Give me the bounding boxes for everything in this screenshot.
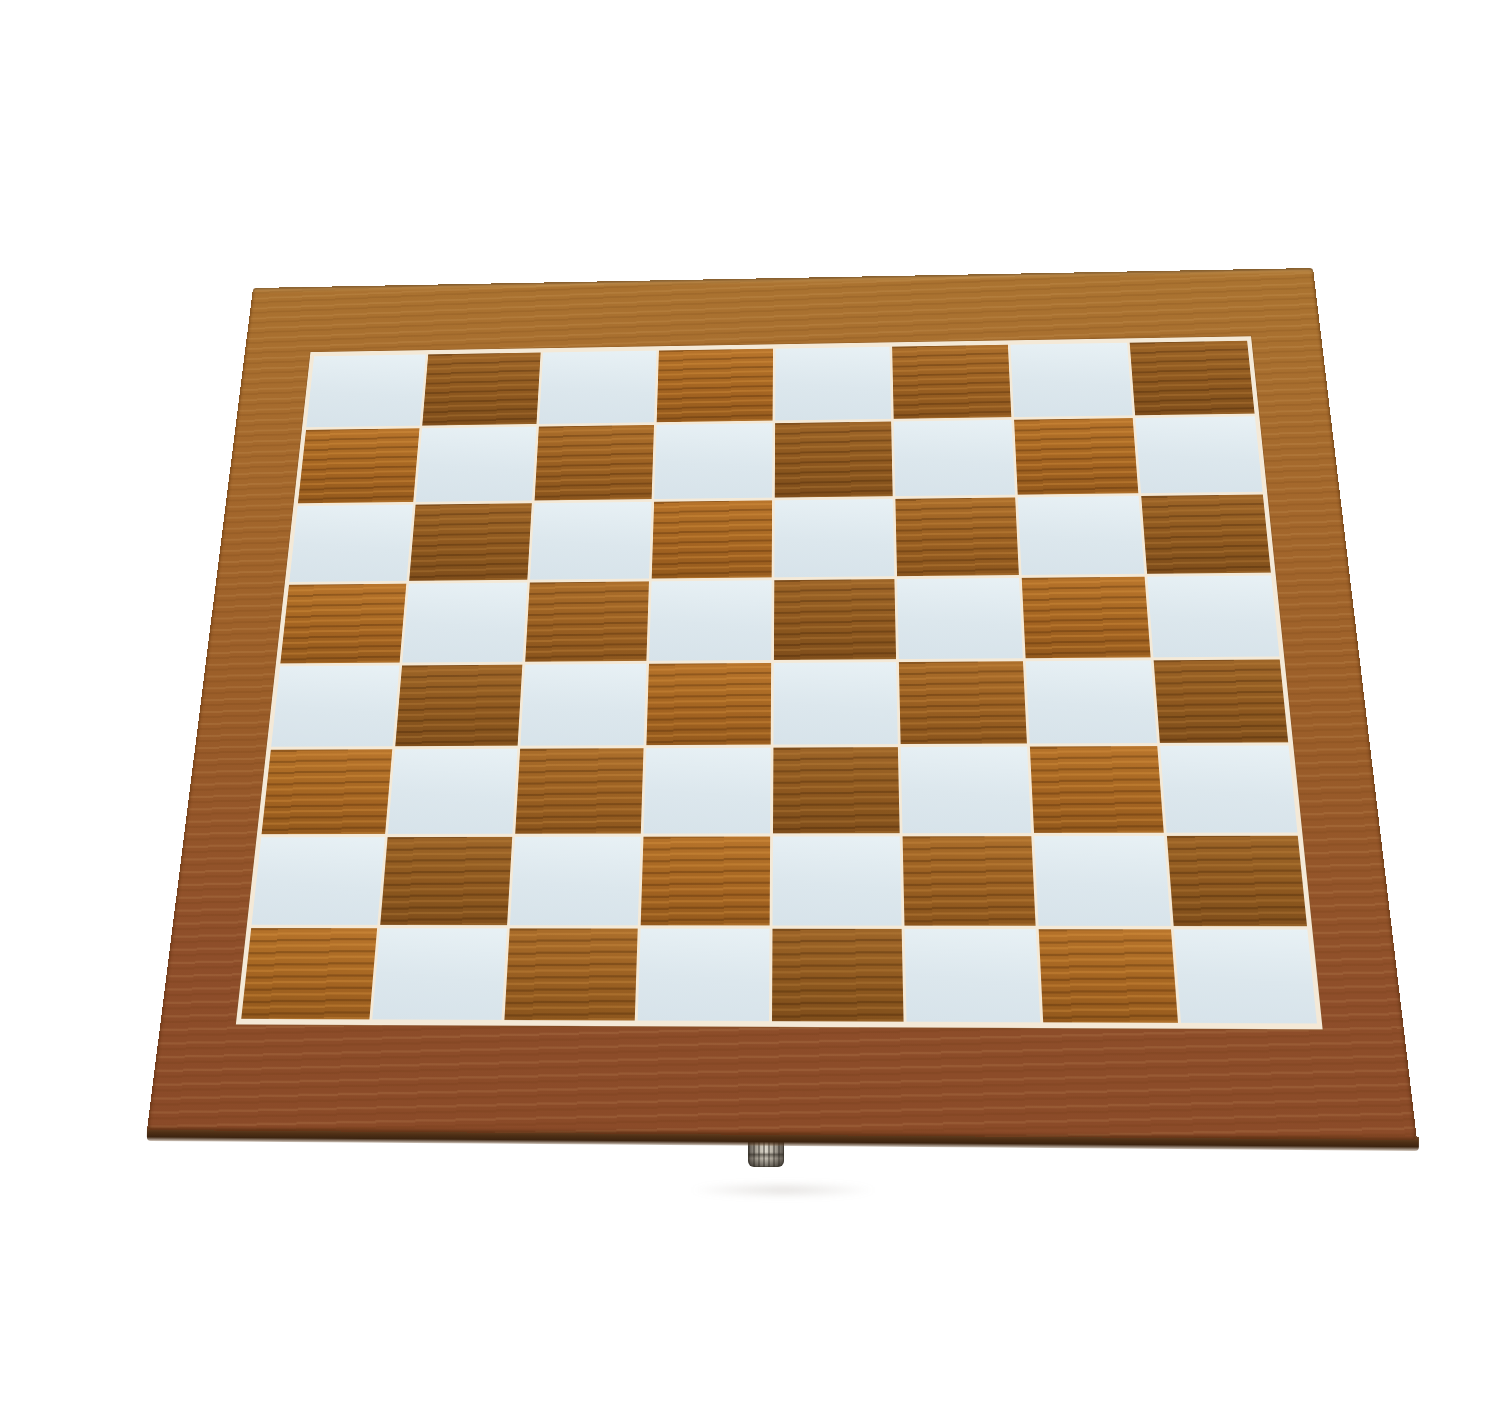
- square-b8: [422, 353, 540, 426]
- square-h1: [1174, 929, 1317, 1023]
- square-b4: [395, 664, 522, 746]
- square-c1: [504, 929, 637, 1021]
- square-b7: [416, 426, 536, 501]
- square-c4: [520, 663, 646, 746]
- square-d6: [651, 500, 771, 578]
- square-b6: [409, 503, 532, 580]
- square-f2: [903, 836, 1036, 926]
- square-c7: [534, 425, 653, 500]
- square-e1: [772, 929, 904, 1022]
- square-a3: [262, 750, 393, 835]
- square-h7: [1135, 416, 1262, 493]
- square-e7: [774, 421, 893, 497]
- square-e4: [773, 662, 898, 745]
- square-g7: [1014, 418, 1138, 494]
- square-h8: [1130, 341, 1255, 415]
- square-g3: [1030, 746, 1164, 833]
- square-h4: [1154, 659, 1289, 743]
- product-photo-background: [0, 0, 1500, 1404]
- square-g6: [1018, 496, 1144, 575]
- square-h2: [1167, 836, 1307, 926]
- square-g4: [1026, 660, 1157, 744]
- square-a8: [306, 354, 425, 427]
- square-d4: [646, 662, 771, 745]
- chess-board-box: [147, 268, 1417, 1140]
- square-g1: [1039, 929, 1178, 1023]
- square-b1: [372, 928, 506, 1020]
- square-g8: [1011, 343, 1133, 417]
- square-g5: [1022, 576, 1151, 657]
- square-a5: [280, 583, 406, 663]
- board-frame: [147, 268, 1417, 1140]
- square-d2: [640, 837, 769, 926]
- square-a4: [271, 665, 399, 747]
- square-e3: [773, 748, 901, 834]
- square-c6: [530, 502, 651, 580]
- square-d1: [637, 929, 769, 1021]
- square-f1: [905, 929, 1041, 1022]
- square-d7: [654, 423, 772, 499]
- square-d5: [649, 580, 771, 660]
- board-field: [236, 336, 1323, 1029]
- square-d8: [656, 349, 772, 422]
- square-f8: [892, 345, 1011, 419]
- square-c2: [510, 837, 641, 925]
- square-e5: [773, 579, 896, 660]
- square-g2: [1034, 836, 1170, 926]
- square-f7: [894, 420, 1015, 496]
- board-shadow: [688, 1182, 878, 1198]
- square-h6: [1141, 494, 1270, 573]
- square-f4: [899, 661, 1027, 745]
- square-e2: [772, 837, 902, 926]
- square-h5: [1147, 575, 1279, 657]
- square-h3: [1160, 746, 1297, 833]
- square-a1: [241, 928, 377, 1019]
- square-b3: [388, 749, 517, 834]
- square-c5: [525, 581, 649, 661]
- square-e8: [775, 347, 892, 421]
- square-c8: [539, 351, 656, 424]
- square-a7: [298, 428, 419, 503]
- square-a2: [252, 837, 385, 925]
- square-a6: [289, 504, 413, 581]
- square-e6: [774, 499, 895, 577]
- square-f5: [897, 578, 1023, 659]
- square-b2: [380, 837, 512, 925]
- square-f6: [896, 497, 1019, 576]
- square-f3: [901, 747, 1031, 833]
- square-d3: [643, 748, 770, 834]
- square-c3: [515, 749, 643, 834]
- square-b5: [402, 582, 527, 662]
